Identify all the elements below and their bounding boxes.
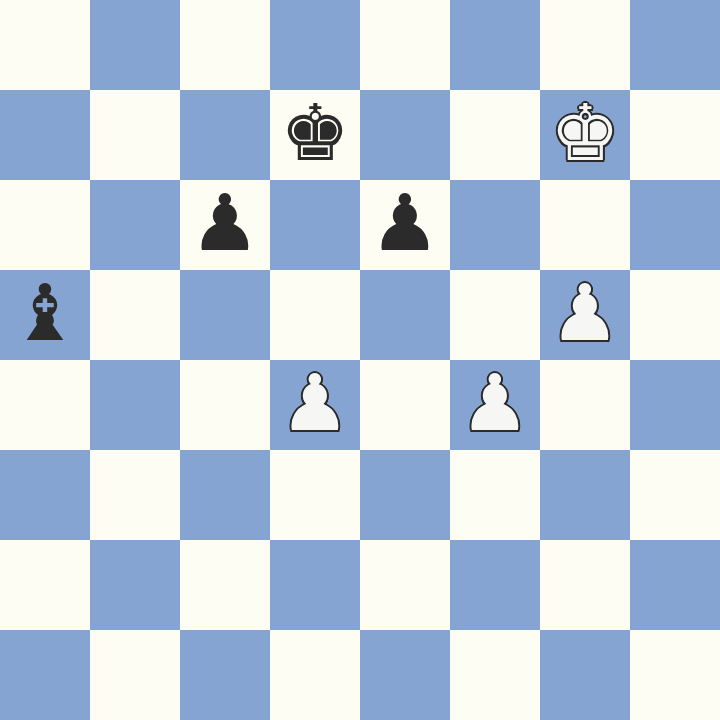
square-c6[interactable]: ♟	[180, 180, 270, 270]
white-king[interactable]: ♚	[550, 88, 620, 178]
white-pawn[interactable]: ♟	[550, 268, 620, 358]
square-d8[interactable]	[270, 0, 360, 90]
square-e5[interactable]	[360, 270, 450, 360]
square-g3[interactable]	[540, 450, 630, 540]
square-h2[interactable]	[630, 540, 720, 630]
square-g7[interactable]: ♚	[540, 90, 630, 180]
square-f1[interactable]	[450, 630, 540, 720]
square-b5[interactable]	[90, 270, 180, 360]
square-d4[interactable]: ♟	[270, 360, 360, 450]
square-g2[interactable]	[540, 540, 630, 630]
square-e2[interactable]	[360, 540, 450, 630]
square-a7[interactable]	[0, 90, 90, 180]
square-d1[interactable]	[270, 630, 360, 720]
square-a8[interactable]	[0, 0, 90, 90]
square-f2[interactable]	[450, 540, 540, 630]
square-e7[interactable]	[360, 90, 450, 180]
square-b2[interactable]	[90, 540, 180, 630]
square-h3[interactable]	[630, 450, 720, 540]
black-bishop[interactable]: ♝	[10, 268, 80, 358]
chess-board: ♚♚♟♟♝♟♟♟	[0, 0, 720, 720]
square-a2[interactable]	[0, 540, 90, 630]
square-d7[interactable]: ♚	[270, 90, 360, 180]
square-b8[interactable]	[90, 0, 180, 90]
square-b7[interactable]	[90, 90, 180, 180]
square-h5[interactable]	[630, 270, 720, 360]
square-a1[interactable]	[0, 630, 90, 720]
square-d3[interactable]	[270, 450, 360, 540]
white-pawn[interactable]: ♟	[460, 358, 530, 448]
black-king[interactable]: ♚	[280, 88, 350, 178]
square-e1[interactable]	[360, 630, 450, 720]
square-c8[interactable]	[180, 0, 270, 90]
square-f5[interactable]	[450, 270, 540, 360]
square-d2[interactable]	[270, 540, 360, 630]
square-e6[interactable]: ♟	[360, 180, 450, 270]
square-b3[interactable]	[90, 450, 180, 540]
square-f7[interactable]	[450, 90, 540, 180]
square-c4[interactable]	[180, 360, 270, 450]
square-f4[interactable]: ♟	[450, 360, 540, 450]
square-h4[interactable]	[630, 360, 720, 450]
square-h7[interactable]	[630, 90, 720, 180]
black-pawn[interactable]: ♟	[370, 178, 440, 268]
black-pawn[interactable]: ♟	[190, 178, 260, 268]
square-h1[interactable]	[630, 630, 720, 720]
square-g8[interactable]	[540, 0, 630, 90]
square-f3[interactable]	[450, 450, 540, 540]
square-e3[interactable]	[360, 450, 450, 540]
square-e8[interactable]	[360, 0, 450, 90]
square-c2[interactable]	[180, 540, 270, 630]
square-a3[interactable]	[0, 450, 90, 540]
square-d6[interactable]	[270, 180, 360, 270]
square-c5[interactable]	[180, 270, 270, 360]
square-c1[interactable]	[180, 630, 270, 720]
square-g5[interactable]: ♟	[540, 270, 630, 360]
square-a6[interactable]	[0, 180, 90, 270]
square-f8[interactable]	[450, 0, 540, 90]
square-h8[interactable]	[630, 0, 720, 90]
square-c3[interactable]	[180, 450, 270, 540]
square-g6[interactable]	[540, 180, 630, 270]
square-f6[interactable]	[450, 180, 540, 270]
square-a5[interactable]: ♝	[0, 270, 90, 360]
square-a4[interactable]	[0, 360, 90, 450]
square-h6[interactable]	[630, 180, 720, 270]
square-c7[interactable]	[180, 90, 270, 180]
square-d5[interactable]	[270, 270, 360, 360]
square-b4[interactable]	[90, 360, 180, 450]
square-e4[interactable]	[360, 360, 450, 450]
square-b1[interactable]	[90, 630, 180, 720]
square-g4[interactable]	[540, 360, 630, 450]
square-g1[interactable]	[540, 630, 630, 720]
square-b6[interactable]	[90, 180, 180, 270]
white-pawn[interactable]: ♟	[280, 358, 350, 448]
